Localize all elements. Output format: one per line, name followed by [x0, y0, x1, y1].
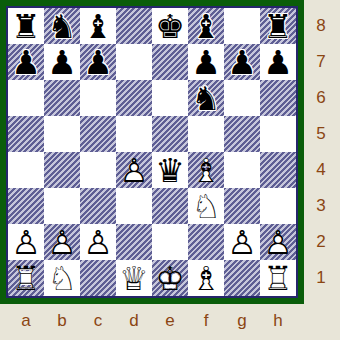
- square-d7[interactable]: [116, 44, 152, 80]
- square-d8[interactable]: [116, 8, 152, 44]
- piece-black-pawn-g7: ♟: [224, 44, 260, 80]
- rank-label-7: 7: [304, 44, 338, 80]
- square-h1[interactable]: ♜♖: [260, 260, 296, 296]
- square-e4[interactable]: ♛: [152, 152, 188, 188]
- square-e1[interactable]: ♚♔: [152, 260, 188, 296]
- file-label-e: e: [152, 304, 188, 338]
- piece-black-king-e8: ♚: [152, 8, 188, 44]
- board-inner-border: ♜♞♝♚♝♜♟♟♟♟♟♟♞♟♙♛♝♗♞♘♟♙♟♙♟♙♟♙♟♙♜♖♞♘♛♕♚♔♝♗…: [6, 6, 298, 298]
- square-g5[interactable]: [224, 116, 260, 152]
- piece-black-knight-f6: ♞: [188, 80, 224, 116]
- square-h4[interactable]: [260, 152, 296, 188]
- square-a6[interactable]: [8, 80, 44, 116]
- square-c8[interactable]: ♝: [80, 8, 116, 44]
- white-pawn-fill: ♟: [80, 224, 116, 260]
- board-frame: ♜♞♝♚♝♜♟♟♟♟♟♟♞♟♙♛♝♗♞♘♟♙♟♙♟♙♟♙♟♙♜♖♞♘♛♕♚♔♝♗…: [0, 0, 304, 304]
- square-a1[interactable]: ♜♖: [8, 260, 44, 296]
- square-e5[interactable]: [152, 116, 188, 152]
- square-g2[interactable]: ♟♙: [224, 224, 260, 260]
- square-f5[interactable]: [188, 116, 224, 152]
- square-c5[interactable]: [80, 116, 116, 152]
- square-b5[interactable]: [44, 116, 80, 152]
- white-rook-fill: ♜: [260, 260, 296, 296]
- white-knight-fill: ♞: [44, 260, 80, 296]
- piece-black-pawn-f7: ♟: [188, 44, 224, 80]
- chess-board: ♜♞♝♚♝♜♟♟♟♟♟♟♞♟♙♛♝♗♞♘♟♙♟♙♟♙♟♙♟♙♜♖♞♘♛♕♚♔♝♗…: [8, 8, 296, 296]
- file-label-a: a: [8, 304, 44, 338]
- square-f7[interactable]: ♟: [188, 44, 224, 80]
- white-knight-fill: ♞: [188, 188, 224, 224]
- white-pawn-fill: ♟: [44, 224, 80, 260]
- rank-label-1: 1: [304, 260, 338, 296]
- piece-black-bishop-f8: ♝: [188, 8, 224, 44]
- square-h5[interactable]: [260, 116, 296, 152]
- square-b4[interactable]: [44, 152, 80, 188]
- square-a3[interactable]: [8, 188, 44, 224]
- piece-black-bishop-c8: ♝: [80, 8, 116, 44]
- piece-white-bishop-f4: ♗: [188, 152, 224, 188]
- square-d6[interactable]: [116, 80, 152, 116]
- square-g6[interactable]: [224, 80, 260, 116]
- square-f8[interactable]: ♝: [188, 8, 224, 44]
- piece-white-pawn-b2: ♙: [44, 224, 80, 260]
- square-c1[interactable]: [80, 260, 116, 296]
- square-d3[interactable]: [116, 188, 152, 224]
- square-b1[interactable]: ♞♘: [44, 260, 80, 296]
- rank-coordinates: 87654321: [304, 8, 338, 296]
- file-label-h: h: [260, 304, 296, 338]
- file-label-c: c: [80, 304, 116, 338]
- file-label-f: f: [188, 304, 224, 338]
- chess-diagram: ♜♞♝♚♝♜♟♟♟♟♟♟♞♟♙♛♝♗♞♘♟♙♟♙♟♙♟♙♟♙♜♖♞♘♛♕♚♔♝♗…: [0, 0, 340, 340]
- piece-white-bishop-f1: ♗: [188, 260, 224, 296]
- piece-white-rook-a1: ♖: [8, 260, 44, 296]
- square-b6[interactable]: [44, 80, 80, 116]
- square-b2[interactable]: ♟♙: [44, 224, 80, 260]
- square-e7[interactable]: [152, 44, 188, 80]
- white-rook-fill: ♜: [8, 260, 44, 296]
- square-a8[interactable]: ♜: [8, 8, 44, 44]
- piece-black-pawn-c7: ♟: [80, 44, 116, 80]
- square-f6[interactable]: ♞: [188, 80, 224, 116]
- square-h7[interactable]: ♟: [260, 44, 296, 80]
- rank-label-5: 5: [304, 116, 338, 152]
- square-e6[interactable]: [152, 80, 188, 116]
- square-c2[interactable]: ♟♙: [80, 224, 116, 260]
- rank-label-8: 8: [304, 8, 338, 44]
- piece-white-knight-b1: ♘: [44, 260, 80, 296]
- white-queen-fill: ♛: [116, 260, 152, 296]
- square-h8[interactable]: ♜: [260, 8, 296, 44]
- square-g8[interactable]: [224, 8, 260, 44]
- square-b7[interactable]: ♟: [44, 44, 80, 80]
- square-f3[interactable]: ♞♘: [188, 188, 224, 224]
- rank-label-4: 4: [304, 152, 338, 188]
- piece-white-king-e1: ♔: [152, 260, 188, 296]
- square-e2[interactable]: [152, 224, 188, 260]
- square-f4[interactable]: ♝♗: [188, 152, 224, 188]
- square-h6[interactable]: [260, 80, 296, 116]
- piece-black-knight-b8: ♞: [44, 8, 80, 44]
- square-d4[interactable]: ♟♙: [116, 152, 152, 188]
- rank-label-3: 3: [304, 188, 338, 224]
- white-pawn-fill: ♟: [8, 224, 44, 260]
- piece-black-pawn-a7: ♟: [8, 44, 44, 80]
- square-g3[interactable]: [224, 188, 260, 224]
- piece-black-pawn-b7: ♟: [44, 44, 80, 80]
- square-g4[interactable]: [224, 152, 260, 188]
- square-g7[interactable]: ♟: [224, 44, 260, 80]
- white-king-fill: ♚: [152, 260, 188, 296]
- rank-label-2: 2: [304, 224, 338, 260]
- file-label-d: d: [116, 304, 152, 338]
- square-b3[interactable]: [44, 188, 80, 224]
- piece-white-pawn-d4: ♙: [116, 152, 152, 188]
- square-a2[interactable]: ♟♙: [8, 224, 44, 260]
- white-pawn-fill: ♟: [224, 224, 260, 260]
- piece-black-rook-a8: ♜: [8, 8, 44, 44]
- file-coordinates: abcdefgh: [8, 304, 296, 338]
- white-pawn-fill: ♟: [260, 224, 296, 260]
- square-e3[interactable]: [152, 188, 188, 224]
- file-label-g: g: [224, 304, 260, 338]
- piece-white-pawn-h2: ♙: [260, 224, 296, 260]
- square-d5[interactable]: [116, 116, 152, 152]
- square-c3[interactable]: [80, 188, 116, 224]
- piece-white-pawn-g2: ♙: [224, 224, 260, 260]
- white-bishop-fill: ♝: [188, 260, 224, 296]
- square-g1[interactable]: [224, 260, 260, 296]
- piece-black-rook-h8: ♜: [260, 8, 296, 44]
- piece-black-queen-e4: ♛: [152, 152, 188, 188]
- square-a7[interactable]: ♟: [8, 44, 44, 80]
- square-e8[interactable]: ♚: [152, 8, 188, 44]
- square-h2[interactable]: ♟♙: [260, 224, 296, 260]
- piece-black-pawn-h7: ♟: [260, 44, 296, 80]
- square-h3[interactable]: [260, 188, 296, 224]
- white-pawn-fill: ♟: [116, 152, 152, 188]
- square-d2[interactable]: [116, 224, 152, 260]
- white-bishop-fill: ♝: [188, 152, 224, 188]
- square-a4[interactable]: [8, 152, 44, 188]
- square-c7[interactable]: ♟: [80, 44, 116, 80]
- square-c6[interactable]: [80, 80, 116, 116]
- piece-white-pawn-c2: ♙: [80, 224, 116, 260]
- square-f1[interactable]: ♝♗: [188, 260, 224, 296]
- square-f2[interactable]: [188, 224, 224, 260]
- piece-white-queen-d1: ♕: [116, 260, 152, 296]
- square-b8[interactable]: ♞: [44, 8, 80, 44]
- piece-white-knight-f3: ♘: [188, 188, 224, 224]
- square-c4[interactable]: [80, 152, 116, 188]
- piece-white-pawn-a2: ♙: [8, 224, 44, 260]
- square-d1[interactable]: ♛♕: [116, 260, 152, 296]
- rank-label-6: 6: [304, 80, 338, 116]
- file-label-b: b: [44, 304, 80, 338]
- piece-white-rook-h1: ♖: [260, 260, 296, 296]
- square-a5[interactable]: [8, 116, 44, 152]
